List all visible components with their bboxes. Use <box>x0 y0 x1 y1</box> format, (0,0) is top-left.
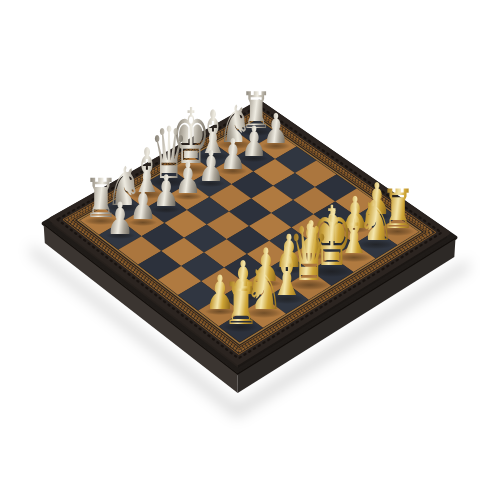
chess-set-product-photo: ♜♞♝♛♚♝♞♜♟♟♟♟♟♟♟♟♟♟♟♟♟♟♟♟♜♞♝♛♚♝♞♜ <box>0 0 480 480</box>
chess-board <box>0 0 480 480</box>
